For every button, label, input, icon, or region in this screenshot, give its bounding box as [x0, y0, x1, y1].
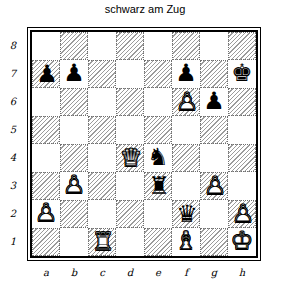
file-label-c: c — [88, 266, 116, 279]
piece-white-queen-d4: ♛♕ — [117, 145, 145, 173]
square-d5[interactable] — [116, 116, 144, 144]
square-b6[interactable] — [60, 88, 88, 116]
square-b2[interactable] — [60, 200, 88, 228]
rank-labels: 87654321 — [5, 32, 21, 256]
square-g3[interactable]: ♟♙ — [200, 172, 228, 200]
square-f4[interactable] — [172, 144, 200, 172]
file-label-h: h — [228, 266, 256, 279]
piece-black-knight-e4: ♞ — [144, 144, 172, 172]
square-e6[interactable] — [144, 88, 172, 116]
square-d3[interactable] — [116, 172, 144, 200]
square-c2[interactable] — [88, 200, 116, 228]
square-c5[interactable] — [88, 116, 116, 144]
square-h2[interactable]: ♟♙ — [228, 200, 256, 228]
square-e1[interactable] — [144, 228, 172, 256]
square-b1[interactable] — [60, 228, 88, 256]
piece-white-king-h1: ♚♔ — [228, 228, 256, 256]
square-d2[interactable] — [116, 200, 144, 228]
piece-black-pawn-a7: ♟ — [33, 61, 61, 89]
piece-white-pawn-f6: ♟♙ — [173, 89, 201, 117]
square-a7[interactable]: ♟ — [32, 60, 60, 88]
square-b5[interactable] — [60, 116, 88, 144]
piece-black-pawn-f7: ♟ — [172, 60, 200, 88]
square-e4[interactable]: ♞ — [144, 144, 172, 172]
square-h7[interactable]: ♚ — [228, 60, 256, 88]
square-d8[interactable] — [116, 32, 144, 60]
piece-white-rook-c1: ♜♖ — [89, 229, 117, 257]
chess-diagram-page: schwarz am Zug 87654321 ♟♟♟♚♟♙♟♛♕♞♟♙♜♟♙♟… — [0, 0, 290, 303]
square-c8[interactable] — [88, 32, 116, 60]
rank-label-6: 6 — [5, 88, 21, 116]
rank-label-5: 5 — [5, 116, 21, 144]
square-e3[interactable]: ♜ — [144, 172, 172, 200]
piece-white-pawn-g3: ♟♙ — [201, 173, 229, 201]
square-a3[interactable] — [32, 172, 60, 200]
square-f3[interactable] — [172, 172, 200, 200]
square-f2[interactable]: ♛ — [172, 200, 200, 228]
square-h4[interactable] — [228, 144, 256, 172]
square-b3[interactable]: ♟♙ — [60, 172, 88, 200]
rank-label-1: 1 — [5, 228, 21, 256]
square-h6[interactable] — [228, 88, 256, 116]
rank-label-7: 7 — [5, 60, 21, 88]
board-frame: ♟♟♟♚♟♙♟♛♕♞♟♙♜♟♙♟♙♛♟♙♜♖♝♗♚♔ — [27, 27, 261, 261]
square-c7[interactable] — [88, 60, 116, 88]
rank-label-2: 2 — [5, 200, 21, 228]
rank-label-8: 8 — [5, 32, 21, 60]
side-to-move-caption: schwarz am Zug — [0, 3, 290, 15]
rank-label-3: 3 — [5, 172, 21, 200]
piece-black-pawn-g6: ♟ — [200, 88, 228, 116]
square-b8[interactable] — [60, 32, 88, 60]
square-g1[interactable] — [200, 228, 228, 256]
square-e2[interactable] — [144, 200, 172, 228]
square-f5[interactable] — [172, 116, 200, 144]
piece-white-pawn-a2: ♟♙ — [32, 200, 60, 228]
square-h5[interactable] — [228, 116, 256, 144]
square-h1[interactable]: ♚♔ — [228, 228, 256, 256]
piece-black-rook-e3: ♜ — [145, 173, 173, 201]
board-inner-border: ♟♟♟♚♟♙♟♛♕♞♟♙♜♟♙♟♙♛♟♙♜♖♝♗♚♔ — [30, 30, 258, 258]
piece-black-king-h7: ♚ — [228, 60, 256, 88]
square-d4[interactable]: ♛♕ — [116, 144, 144, 172]
square-g4[interactable] — [200, 144, 228, 172]
board: ♟♟♟♚♟♙♟♛♕♞♟♙♜♟♙♟♙♛♟♙♜♖♝♗♚♔ — [32, 32, 256, 256]
square-b7[interactable]: ♟ — [60, 60, 88, 88]
square-f7[interactable]: ♟ — [172, 60, 200, 88]
square-a2[interactable]: ♟♙ — [32, 200, 60, 228]
square-a8[interactable] — [32, 32, 60, 60]
piece-white-bishop-f1: ♝♗ — [172, 228, 200, 256]
square-e8[interactable] — [144, 32, 172, 60]
square-c4[interactable] — [88, 144, 116, 172]
square-f1[interactable]: ♝♗ — [172, 228, 200, 256]
square-e5[interactable] — [144, 116, 172, 144]
piece-black-pawn-b7: ♟ — [60, 60, 88, 88]
square-h8[interactable] — [228, 32, 256, 60]
piece-black-queen-f2: ♛ — [173, 201, 201, 229]
square-g8[interactable] — [200, 32, 228, 60]
file-labels: abcdefgh — [32, 266, 256, 279]
piece-white-pawn-b3: ♟♙ — [60, 172, 88, 200]
square-a1[interactable] — [32, 228, 60, 256]
file-label-d: d — [116, 266, 144, 279]
rank-label-4: 4 — [5, 144, 21, 172]
square-c3[interactable] — [88, 172, 116, 200]
square-g2[interactable] — [200, 200, 228, 228]
square-d6[interactable] — [116, 88, 144, 116]
square-a6[interactable] — [32, 88, 60, 116]
square-c6[interactable] — [88, 88, 116, 116]
file-label-g: g — [200, 266, 228, 279]
file-label-f: f — [172, 266, 200, 279]
file-label-b: b — [60, 266, 88, 279]
file-label-a: a — [32, 266, 60, 279]
square-f8[interactable] — [172, 32, 200, 60]
square-a5[interactable] — [32, 116, 60, 144]
square-g6[interactable]: ♟ — [200, 88, 228, 116]
square-g5[interactable] — [200, 116, 228, 144]
file-label-e: e — [144, 266, 172, 279]
square-f6[interactable]: ♟♙ — [172, 88, 200, 116]
square-g7[interactable] — [200, 60, 228, 88]
square-b4[interactable] — [60, 144, 88, 172]
square-a4[interactable] — [32, 144, 60, 172]
square-e7[interactable] — [144, 60, 172, 88]
square-c1[interactable]: ♜♖ — [88, 228, 116, 256]
square-d7[interactable] — [116, 60, 144, 88]
piece-white-pawn-h2: ♟♙ — [229, 201, 257, 229]
square-h3[interactable] — [228, 172, 256, 200]
square-d1[interactable] — [116, 228, 144, 256]
